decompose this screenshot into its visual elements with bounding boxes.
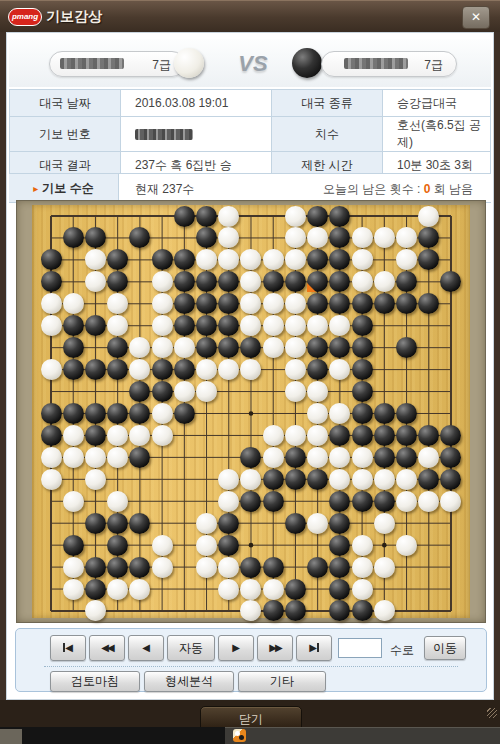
black-stone-Q10 [374,403,395,424]
resize-grip-icon[interactable] [487,708,497,718]
black-stone-Q5 [374,293,395,314]
black-stone-B7 [63,337,84,358]
white-stone-Q13 [374,469,395,490]
white-stone-P3 [352,249,373,270]
black-stone-C11 [85,425,106,446]
white-stone-B14 [63,491,84,512]
label-game-type: 대국 종류 [272,90,383,117]
black-stone-P6 [352,315,373,336]
remaining-views: 오늘의 남은 횟수 : 0 회 남음 [323,181,473,198]
white-stone-J13 [218,469,239,490]
last-button[interactable]: ▶ [296,635,332,661]
black-stone-N17 [307,557,328,578]
white-stone-C19 [85,600,106,621]
black-stone-A4 [41,271,62,292]
action-button-2[interactable]: 형세분석 [144,671,234,692]
white-stone-H9 [196,381,217,402]
content-panel: 7급 VS 7급 대국 날짜 2016.03.08 19:01 대국 종류 승강… [6,32,494,700]
white-stone-Q17 [374,557,395,578]
black-stone-L4 [263,271,284,292]
black-stone-S13 [418,469,439,490]
white-stone-J18 [218,579,239,600]
white-stone-R13 [396,469,417,490]
white-stone-M8 [285,359,306,380]
black-stone-P9 [352,381,373,402]
white-stone-A8 [41,359,62,380]
game-info-table: 대국 날짜 2016.03.08 19:01 대국 종류 승강급대국 기보 번호… [9,89,491,179]
table-row: 기보 번호 치수 호선(흑6.5집 공제) [10,117,491,152]
black-stone-Q14 [374,491,395,512]
auto-button[interactable]: 자동 [167,635,215,661]
black-stone-avatar [292,48,322,78]
black-stone-F9 [152,381,173,402]
black-stone-L17 [263,557,284,578]
divider [44,666,458,667]
black-stone-H1 [196,206,217,227]
black-stone-K17 [240,557,261,578]
baduk-app-icon [233,729,246,742]
white-stone-B18 [63,579,84,600]
black-stone-G6 [174,315,195,336]
white-stone-M7 [285,337,306,358]
white-stone-M1 [285,206,306,227]
white-stone-D11 [107,425,128,446]
black-stone-F3 [152,249,173,270]
player-left-pill: 7급 [49,51,185,77]
white-stone-A5 [41,293,62,314]
white-stone-B17 [63,557,84,578]
value-date: 2016.03.08 19:01 [121,90,272,117]
black-stone-G5 [174,293,195,314]
black-stone-O14 [329,491,350,512]
black-stone-D10 [107,403,128,424]
white-stone-F5 [152,293,173,314]
white-stone-L12 [263,447,284,468]
black-stone-A3 [41,249,62,270]
action-button-1[interactable]: 검토마침 [50,671,140,692]
white-stone-K18 [240,579,261,600]
black-stone-O1 [329,206,350,227]
white-stone-P2 [352,227,373,248]
fast-back-button[interactable]: ◀◀ [89,635,125,661]
white-stone-Q15 [374,513,395,534]
white-stone-N11 [307,425,328,446]
player-bar: 7급 VS 7급 [9,39,491,87]
fast-forward-button[interactable]: ▶▶ [257,635,293,661]
black-stone-R10 [396,403,417,424]
black-stone-C6 [85,315,106,336]
white-stone-K19 [240,600,261,621]
white-stone-F10 [152,403,173,424]
white-stone-L18 [263,579,284,600]
controls-panel: ◀◀◀◀자동▶▶▶▶ 수로 이동 검토마침형세분석기타 [15,628,487,692]
player-right-name-masked [344,58,408,69]
black-stone-B6 [63,315,84,336]
black-stone-P10 [352,403,373,424]
title-bar: pmang 기보감상 ✕ [0,0,500,32]
taskbar-item[interactable] [225,727,500,744]
white-stone-B12 [63,447,84,468]
white-stone-F17 [152,557,173,578]
black-stone-M18 [285,579,306,600]
white-stone-J14 [218,491,239,512]
white-stone-E18 [129,579,150,600]
action-button-3[interactable]: 기타 [238,671,326,692]
white-stone-F6 [152,315,173,336]
black-stone-G8 [174,359,195,380]
white-stone-N12 [307,447,328,468]
forward-button[interactable]: ▶ [218,635,254,661]
white-stone-F11 [152,425,173,446]
black-stone-R12 [396,447,417,468]
black-stone-O17 [329,557,350,578]
black-stone-J16 [218,535,239,556]
white-stone-F4 [152,271,173,292]
label-record-number: 기보 번호 [10,117,121,152]
white-stone-J17 [218,557,239,578]
black-stone-C8 [85,359,106,380]
black-stone-E15 [129,513,150,534]
white-stone-P12 [352,447,373,468]
label-date: 대국 날짜 [10,90,121,117]
move-sequence-row: ▸기보 수순 현재 237수 오늘의 남은 횟수 : 0 회 남음 [9,173,491,203]
black-stone-L14 [263,491,284,512]
white-stone-H8 [196,359,217,380]
black-stone-N1 [307,206,328,227]
black-stone-L19 [263,600,284,621]
white-stone-F7 [152,337,173,358]
white-stone-L3 [263,249,284,270]
white-stone-N15 [307,513,328,534]
black-stone-M15 [285,513,306,534]
black-stone-C17 [85,557,106,578]
black-stone-A11 [41,425,62,446]
black-stone-M19 [285,600,306,621]
value-record-number [121,117,272,152]
white-stone-P4 [352,271,373,292]
black-stone-N13 [307,469,328,490]
white-stone-D12 [107,447,128,468]
move-sequence-label: ▸기보 수순 [9,174,119,202]
black-stone-M13 [285,469,306,490]
player-left-name-masked [60,58,124,69]
move-number-input[interactable] [338,638,382,658]
black-stone-B16 [63,535,84,556]
black-stone-D17 [107,557,128,578]
white-stone-L6 [263,315,284,336]
white-stone-S1 [418,206,439,227]
white-stone-C13 [85,469,106,490]
black-stone-M12 [285,447,306,468]
player-right-rank: 7급 [424,57,443,74]
white-stone-L7 [263,337,284,358]
black-stone-P19 [352,600,373,621]
go-board [16,200,486,623]
white-stone-P13 [352,469,373,490]
white-stone-A6 [41,315,62,336]
black-stone-Q12 [374,447,395,468]
black-stone-P11 [352,425,373,446]
orange-arrow-icon: ▸ [33,183,38,194]
white-stone-J1 [218,206,239,227]
white-stone-P18 [352,579,373,600]
black-stone-B8 [63,359,84,380]
black-stone-D15 [107,513,128,534]
black-stone-Q11 [374,425,395,446]
black-stone-L13 [263,469,284,490]
white-stone-G7 [174,337,195,358]
table-row: 대국 날짜 2016.03.08 19:01 대국 종류 승강급대국 [10,90,491,117]
white-stone-avatar [174,48,204,78]
value-handicap: 호선(흑6.5집 공제) [383,117,491,152]
white-stone-M6 [285,315,306,336]
go-button[interactable]: 이동 [424,636,466,660]
black-stone-D16 [107,535,128,556]
white-stone-H15 [196,513,217,534]
black-stone-O16 [329,535,350,556]
white-stone-C12 [85,447,106,468]
white-stone-M11 [285,425,306,446]
black-stone-E17 [129,557,150,578]
black-stone-F8 [152,359,173,380]
value-game-type: 승강급대국 [383,90,491,117]
black-stone-O15 [329,513,350,534]
vs-label: VS [217,51,289,77]
jump-label: 수로 [390,642,414,659]
white-stone-L11 [263,425,284,446]
black-stone-A10 [41,403,62,424]
black-stone-P8 [352,359,373,380]
white-stone-B11 [63,425,84,446]
white-stone-F16 [152,535,173,556]
current-move-count: 현재 237수 [135,181,194,198]
window-title: 기보감상 [46,8,102,26]
white-stone-P16 [352,535,373,556]
player-left-rank: 7급 [152,57,171,74]
black-stone-P14 [352,491,373,512]
label-handicap: 치수 [272,117,383,152]
black-stone-P5 [352,293,373,314]
first-button[interactable]: ◀ [50,635,86,661]
white-stone-D18 [107,579,128,600]
pmang-logo-icon: pmang [8,8,42,26]
white-stone-R14 [396,491,417,512]
white-stone-A13 [41,469,62,490]
black-stone-O19 [329,600,350,621]
taskbar-fragment [0,729,22,744]
black-stone-P7 [352,337,373,358]
record-number-masked [135,129,193,140]
player-right-pill: 7급 [321,51,457,77]
black-stone-C10 [85,403,106,424]
black-stone-C18 [85,579,106,600]
black-stone-G1 [174,206,195,227]
white-stone-Q19 [374,600,395,621]
black-stone-J15 [218,513,239,534]
white-stone-S12 [418,447,439,468]
taskbar [0,727,500,744]
back-button[interactable]: ◀ [128,635,164,661]
black-stone-C15 [85,513,106,534]
last-move-marker-icon [307,283,316,292]
black-stone-O18 [329,579,350,600]
black-stone-R11 [396,425,417,446]
white-stone-S14 [418,491,439,512]
white-stone-P17 [352,557,373,578]
white-stone-M9 [285,381,306,402]
white-stone-D14 [107,491,128,512]
white-stone-H16 [196,535,217,556]
record-viewer-window: { "window": { "logo": "pmang", "title": … [0,0,500,744]
white-stone-B5 [63,293,84,314]
white-stone-L5 [263,293,284,314]
black-stone-B10 [63,403,84,424]
white-stone-G9 [174,381,195,402]
white-stone-A12 [41,447,62,468]
white-stone-H17 [196,557,217,578]
white-stone-N10 [307,403,328,424]
white-stone-R16 [396,535,417,556]
close-icon[interactable]: ✕ [462,6,490,29]
black-stone-G10 [174,403,195,424]
